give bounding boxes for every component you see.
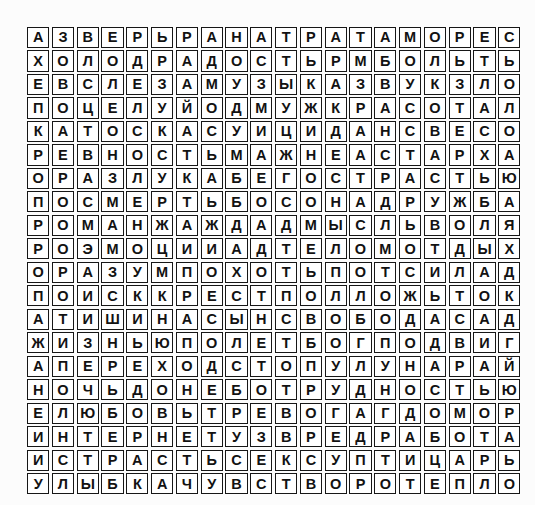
- grid-cell[interactable]: О: [101, 121, 123, 142]
- grid-cell[interactable]: Л: [424, 50, 446, 71]
- grid-cell[interactable]: С: [374, 144, 396, 165]
- grid-cell[interactable]: Т: [349, 168, 371, 189]
- grid-cell[interactable]: Й: [498, 356, 520, 377]
- grid-cell[interactable]: П: [374, 332, 396, 353]
- grid-cell[interactable]: Х: [151, 356, 173, 377]
- grid-cell[interactable]: А: [201, 168, 223, 189]
- grid-cell[interactable]: О: [473, 285, 495, 306]
- grid-cell[interactable]: У: [225, 74, 247, 95]
- grid-cell[interactable]: Р: [27, 144, 49, 165]
- grid-cell[interactable]: Ы: [325, 215, 347, 236]
- grid-cell[interactable]: Ь: [399, 215, 421, 236]
- grid-cell[interactable]: Ь: [101, 379, 123, 400]
- grid-cell[interactable]: Г: [275, 168, 297, 189]
- grid-cell[interactable]: А: [176, 215, 198, 236]
- grid-cell[interactable]: Е: [101, 97, 123, 118]
- grid-cell[interactable]: В: [77, 27, 99, 48]
- grid-cell[interactable]: П: [27, 285, 49, 306]
- grid-cell[interactable]: Т: [449, 168, 471, 189]
- grid-cell[interactable]: Р: [101, 356, 123, 377]
- grid-cell[interactable]: К: [126, 473, 148, 494]
- grid-cell[interactable]: О: [424, 97, 446, 118]
- grid-cell[interactable]: А: [176, 50, 198, 71]
- grid-cell[interactable]: Л: [449, 262, 471, 283]
- grid-cell[interactable]: Б: [424, 426, 446, 447]
- grid-cell[interactable]: Т: [349, 27, 371, 48]
- grid-cell[interactable]: Р: [52, 262, 74, 283]
- grid-cell[interactable]: О: [151, 379, 173, 400]
- grid-cell[interactable]: З: [449, 74, 471, 95]
- grid-cell[interactable]: М: [300, 215, 322, 236]
- grid-cell[interactable]: О: [424, 27, 446, 48]
- grid-cell[interactable]: О: [201, 262, 223, 283]
- grid-cell[interactable]: А: [77, 262, 99, 283]
- grid-cell[interactable]: Л: [52, 403, 74, 424]
- grid-cell[interactable]: Е: [126, 356, 148, 377]
- grid-cell[interactable]: Н: [101, 332, 123, 353]
- grid-cell[interactable]: Ы: [77, 473, 99, 494]
- grid-cell[interactable]: З: [101, 262, 123, 283]
- grid-cell[interactable]: Т: [201, 426, 223, 447]
- grid-cell[interactable]: Р: [473, 450, 495, 471]
- grid-cell[interactable]: О: [52, 97, 74, 118]
- grid-cell[interactable]: М: [449, 403, 471, 424]
- grid-cell[interactable]: С: [250, 50, 272, 71]
- grid-cell[interactable]: Л: [126, 97, 148, 118]
- grid-cell[interactable]: Р: [176, 27, 198, 48]
- grid-cell[interactable]: К: [424, 74, 446, 95]
- grid-cell[interactable]: А: [176, 121, 198, 142]
- grid-cell[interactable]: Ы: [473, 238, 495, 259]
- grid-cell[interactable]: М: [349, 50, 371, 71]
- grid-cell[interactable]: Г: [349, 332, 371, 353]
- grid-cell[interactable]: А: [424, 144, 446, 165]
- grid-cell[interactable]: А: [424, 309, 446, 330]
- grid-cell[interactable]: Н: [374, 121, 396, 142]
- grid-cell[interactable]: Е: [424, 473, 446, 494]
- grid-cell[interactable]: Л: [225, 332, 247, 353]
- grid-cell[interactable]: Т: [275, 332, 297, 353]
- grid-cell[interactable]: В: [52, 74, 74, 95]
- grid-cell[interactable]: Д: [424, 332, 446, 353]
- grid-cell[interactable]: О: [374, 285, 396, 306]
- grid-cell[interactable]: Е: [101, 426, 123, 447]
- grid-cell[interactable]: О: [27, 168, 49, 189]
- grid-cell[interactable]: Т: [275, 238, 297, 259]
- grid-cell[interactable]: Л: [473, 473, 495, 494]
- grid-cell[interactable]: Ы: [225, 309, 247, 330]
- grid-cell[interactable]: Р: [498, 403, 520, 424]
- grid-cell[interactable]: Т: [52, 309, 74, 330]
- grid-cell[interactable]: С: [424, 168, 446, 189]
- grid-cell[interactable]: А: [349, 121, 371, 142]
- grid-cell[interactable]: З: [250, 74, 272, 95]
- grid-cell[interactable]: Р: [300, 27, 322, 48]
- grid-cell[interactable]: У: [126, 262, 148, 283]
- grid-cell[interactable]: О: [325, 332, 347, 353]
- grid-cell[interactable]: А: [473, 262, 495, 283]
- grid-cell[interactable]: Х: [473, 144, 495, 165]
- grid-cell[interactable]: Ю: [498, 168, 520, 189]
- grid-cell[interactable]: С: [424, 379, 446, 400]
- grid-cell[interactable]: В: [275, 426, 297, 447]
- grid-cell[interactable]: Т: [399, 144, 421, 165]
- grid-cell[interactable]: П: [27, 97, 49, 118]
- grid-cell[interactable]: О: [201, 97, 223, 118]
- grid-cell[interactable]: А: [349, 191, 371, 212]
- grid-cell[interactable]: Т: [250, 356, 272, 377]
- grid-cell[interactable]: Т: [473, 426, 495, 447]
- grid-cell[interactable]: Р: [325, 50, 347, 71]
- grid-cell[interactable]: Ш: [101, 309, 123, 330]
- grid-cell[interactable]: Р: [449, 27, 471, 48]
- grid-cell[interactable]: Д: [225, 97, 247, 118]
- grid-cell[interactable]: Г: [374, 403, 396, 424]
- grid-cell[interactable]: А: [201, 27, 223, 48]
- grid-cell[interactable]: П: [325, 262, 347, 283]
- grid-cell[interactable]: Д: [225, 215, 247, 236]
- grid-cell[interactable]: Ь: [201, 191, 223, 212]
- grid-cell[interactable]: К: [275, 450, 297, 471]
- grid-cell[interactable]: С: [77, 191, 99, 212]
- grid-cell[interactable]: Т: [399, 473, 421, 494]
- grid-cell[interactable]: О: [424, 403, 446, 424]
- grid-cell[interactable]: Р: [349, 97, 371, 118]
- grid-cell[interactable]: С: [300, 450, 322, 471]
- grid-cell[interactable]: В: [275, 403, 297, 424]
- grid-cell[interactable]: К: [151, 285, 173, 306]
- grid-cell[interactable]: О: [52, 379, 74, 400]
- grid-cell[interactable]: Е: [250, 450, 272, 471]
- grid-cell[interactable]: Ь: [300, 50, 322, 71]
- grid-cell[interactable]: М: [225, 144, 247, 165]
- grid-cell[interactable]: У: [151, 97, 173, 118]
- grid-cell[interactable]: Ч: [77, 379, 99, 400]
- grid-cell[interactable]: О: [473, 403, 495, 424]
- grid-cell[interactable]: Д: [399, 403, 421, 424]
- grid-cell[interactable]: Т: [449, 379, 471, 400]
- grid-cell[interactable]: А: [349, 403, 371, 424]
- grid-cell[interactable]: В: [300, 473, 322, 494]
- grid-cell[interactable]: О: [325, 309, 347, 330]
- grid-cell[interactable]: А: [52, 121, 74, 142]
- grid-cell[interactable]: Д: [349, 426, 371, 447]
- grid-cell[interactable]: П: [176, 262, 198, 283]
- grid-cell[interactable]: О: [399, 238, 421, 259]
- grid-cell[interactable]: Ж: [449, 191, 471, 212]
- grid-cell[interactable]: А: [325, 74, 347, 95]
- grid-cell[interactable]: Ь: [176, 403, 198, 424]
- grid-cell[interactable]: Т: [250, 285, 272, 306]
- grid-cell[interactable]: М: [101, 191, 123, 212]
- grid-cell[interactable]: М: [101, 238, 123, 259]
- grid-cell[interactable]: З: [349, 74, 371, 95]
- grid-cell[interactable]: Р: [101, 450, 123, 471]
- grid-cell[interactable]: Ц: [151, 238, 173, 259]
- grid-cell[interactable]: Х: [498, 238, 520, 259]
- grid-cell[interactable]: К: [126, 285, 148, 306]
- grid-cell[interactable]: А: [126, 450, 148, 471]
- grid-cell[interactable]: Т: [77, 450, 99, 471]
- grid-cell[interactable]: А: [27, 309, 49, 330]
- grid-cell[interactable]: Д: [498, 262, 520, 283]
- grid-cell[interactable]: Е: [52, 144, 74, 165]
- grid-cell[interactable]: З: [52, 27, 74, 48]
- grid-cell[interactable]: О: [225, 50, 247, 71]
- grid-cell[interactable]: Р: [399, 191, 421, 212]
- grid-cell[interactable]: Д: [399, 309, 421, 330]
- grid-cell[interactable]: Т: [449, 97, 471, 118]
- grid-cell[interactable]: Т: [77, 121, 99, 142]
- grid-cell[interactable]: Д: [126, 379, 148, 400]
- grid-cell[interactable]: Л: [473, 215, 495, 236]
- grid-cell[interactable]: К: [300, 74, 322, 95]
- grid-cell[interactable]: Б: [225, 379, 247, 400]
- grid-cell[interactable]: О: [126, 403, 148, 424]
- grid-cell[interactable]: В: [424, 121, 446, 142]
- grid-cell[interactable]: А: [399, 168, 421, 189]
- grid-cell[interactable]: У: [374, 356, 396, 377]
- grid-cell[interactable]: У: [201, 473, 223, 494]
- grid-cell[interactable]: Р: [449, 356, 471, 377]
- grid-cell[interactable]: П: [52, 356, 74, 377]
- grid-cell[interactable]: П: [449, 473, 471, 494]
- grid-cell[interactable]: Ю: [77, 403, 99, 424]
- grid-cell[interactable]: С: [275, 309, 297, 330]
- grid-cell[interactable]: У: [424, 191, 446, 212]
- grid-cell[interactable]: Ь: [449, 50, 471, 71]
- grid-cell[interactable]: У: [325, 356, 347, 377]
- grid-cell[interactable]: М: [374, 238, 396, 259]
- grid-cell[interactable]: Д: [374, 191, 396, 212]
- grid-cell[interactable]: Д: [498, 309, 520, 330]
- grid-cell[interactable]: Л: [473, 74, 495, 95]
- grid-cell[interactable]: С: [151, 144, 173, 165]
- grid-cell[interactable]: Й: [176, 97, 198, 118]
- grid-cell[interactable]: У: [325, 450, 347, 471]
- grid-cell[interactable]: Р: [176, 285, 198, 306]
- grid-cell[interactable]: М: [151, 262, 173, 283]
- grid-cell[interactable]: Т: [201, 403, 223, 424]
- grid-cell[interactable]: Ю: [498, 379, 520, 400]
- grid-cell[interactable]: Ж: [399, 285, 421, 306]
- grid-cell[interactable]: Е: [250, 332, 272, 353]
- grid-cell[interactable]: Д: [126, 50, 148, 71]
- grid-cell[interactable]: П: [275, 285, 297, 306]
- grid-cell[interactable]: Я: [498, 215, 520, 236]
- grid-cell[interactable]: Е: [126, 74, 148, 95]
- grid-cell[interactable]: О: [449, 215, 471, 236]
- grid-cell[interactable]: К: [325, 97, 347, 118]
- grid-cell[interactable]: С: [225, 356, 247, 377]
- grid-cell[interactable]: С: [473, 121, 495, 142]
- grid-cell[interactable]: О: [101, 50, 123, 71]
- grid-cell[interactable]: Е: [300, 238, 322, 259]
- grid-cell[interactable]: С: [399, 262, 421, 283]
- grid-cell[interactable]: А: [225, 238, 247, 259]
- grid-cell[interactable]: Р: [349, 473, 371, 494]
- grid-cell[interactable]: Б: [374, 50, 396, 71]
- grid-cell[interactable]: Ж: [275, 144, 297, 165]
- grid-cell[interactable]: А: [27, 27, 49, 48]
- grid-cell[interactable]: М: [77, 215, 99, 236]
- grid-cell[interactable]: И: [126, 309, 148, 330]
- grid-cell[interactable]: О: [374, 473, 396, 494]
- grid-cell[interactable]: М: [250, 97, 272, 118]
- grid-cell[interactable]: Л: [52, 473, 74, 494]
- grid-cell[interactable]: Ь: [473, 379, 495, 400]
- grid-cell[interactable]: А: [176, 74, 198, 95]
- grid-cell[interactable]: С: [399, 97, 421, 118]
- grid-cell[interactable]: О: [399, 379, 421, 400]
- grid-cell[interactable]: Ь: [300, 262, 322, 283]
- grid-cell[interactable]: О: [176, 356, 198, 377]
- grid-cell[interactable]: С: [325, 168, 347, 189]
- grid-cell[interactable]: Т: [449, 285, 471, 306]
- grid-cell[interactable]: И: [201, 238, 223, 259]
- grid-cell[interactable]: П: [27, 191, 49, 212]
- grid-cell[interactable]: Т: [176, 144, 198, 165]
- grid-cell[interactable]: К: [176, 168, 198, 189]
- grid-cell[interactable]: Е: [101, 27, 123, 48]
- grid-cell[interactable]: Е: [449, 121, 471, 142]
- grid-cell[interactable]: К: [498, 285, 520, 306]
- grid-cell[interactable]: Ь: [498, 50, 520, 71]
- grid-cell[interactable]: Т: [275, 262, 297, 283]
- grid-cell[interactable]: Е: [27, 403, 49, 424]
- grid-cell[interactable]: П: [349, 450, 371, 471]
- grid-cell[interactable]: Ж: [27, 332, 49, 353]
- grid-cell[interactable]: О: [27, 262, 49, 283]
- grid-cell[interactable]: Е: [27, 74, 49, 95]
- grid-cell[interactable]: О: [250, 262, 272, 283]
- grid-cell[interactable]: Ь: [126, 332, 148, 353]
- grid-cell[interactable]: Э: [77, 238, 99, 259]
- grid-cell[interactable]: А: [473, 97, 495, 118]
- grid-cell[interactable]: Д: [349, 379, 371, 400]
- grid-cell[interactable]: Т: [424, 238, 446, 259]
- grid-cell[interactable]: Н: [374, 379, 396, 400]
- grid-cell[interactable]: О: [498, 473, 520, 494]
- grid-cell[interactable]: Р: [225, 403, 247, 424]
- grid-cell[interactable]: П: [300, 356, 322, 377]
- grid-cell[interactable]: Ц: [424, 450, 446, 471]
- grid-cell[interactable]: И: [52, 332, 74, 353]
- grid-cell[interactable]: Б: [225, 168, 247, 189]
- grid-cell[interactable]: Б: [101, 473, 123, 494]
- grid-cell[interactable]: А: [325, 27, 347, 48]
- grid-cell[interactable]: С: [225, 285, 247, 306]
- grid-cell[interactable]: Б: [225, 191, 247, 212]
- grid-cell[interactable]: О: [201, 332, 223, 353]
- grid-cell[interactable]: Н: [325, 191, 347, 212]
- grid-cell[interactable]: Б: [349, 309, 371, 330]
- grid-cell[interactable]: А: [250, 144, 272, 165]
- grid-cell[interactable]: В: [424, 215, 446, 236]
- grid-cell[interactable]: Н: [27, 379, 49, 400]
- grid-cell[interactable]: И: [250, 121, 272, 142]
- grid-cell[interactable]: В: [374, 74, 396, 95]
- grid-cell[interactable]: О: [374, 309, 396, 330]
- grid-cell[interactable]: С: [52, 450, 74, 471]
- grid-cell[interactable]: Р: [151, 50, 173, 71]
- grid-cell[interactable]: У: [225, 121, 247, 142]
- grid-cell[interactable]: П: [176, 332, 198, 353]
- grid-cell[interactable]: Л: [77, 50, 99, 71]
- grid-cell[interactable]: А: [498, 426, 520, 447]
- grid-cell[interactable]: Н: [399, 356, 421, 377]
- grid-cell[interactable]: О: [300, 403, 322, 424]
- grid-cell[interactable]: С: [275, 191, 297, 212]
- grid-cell[interactable]: Т: [176, 191, 198, 212]
- grid-cell[interactable]: Е: [77, 356, 99, 377]
- grid-cell[interactable]: В: [77, 144, 99, 165]
- grid-cell[interactable]: Д: [201, 356, 223, 377]
- grid-cell[interactable]: О: [250, 379, 272, 400]
- grid-cell[interactable]: З: [151, 74, 173, 95]
- grid-cell[interactable]: С: [201, 121, 223, 142]
- grid-cell[interactable]: О: [250, 191, 272, 212]
- grid-cell[interactable]: Т: [176, 450, 198, 471]
- grid-cell[interactable]: З: [101, 168, 123, 189]
- grid-cell[interactable]: Г: [498, 332, 520, 353]
- grid-cell[interactable]: О: [300, 168, 322, 189]
- grid-cell[interactable]: Л: [126, 168, 148, 189]
- grid-cell[interactable]: Ж: [300, 97, 322, 118]
- grid-cell[interactable]: Ь: [424, 285, 446, 306]
- grid-cell[interactable]: О: [52, 50, 74, 71]
- grid-cell[interactable]: Р: [126, 27, 148, 48]
- grid-cell[interactable]: О: [399, 50, 421, 71]
- grid-cell[interactable]: Ь: [498, 450, 520, 471]
- grid-cell[interactable]: А: [498, 191, 520, 212]
- grid-cell[interactable]: С: [449, 309, 471, 330]
- grid-cell[interactable]: А: [399, 426, 421, 447]
- grid-cell[interactable]: У: [151, 168, 173, 189]
- grid-cell[interactable]: А: [27, 356, 49, 377]
- grid-cell[interactable]: М: [399, 27, 421, 48]
- grid-cell[interactable]: Л: [325, 238, 347, 259]
- grid-cell[interactable]: О: [449, 426, 471, 447]
- grid-cell[interactable]: О: [126, 238, 148, 259]
- grid-cell[interactable]: С: [250, 473, 272, 494]
- grid-cell[interactable]: Е: [201, 379, 223, 400]
- grid-cell[interactable]: Т: [275, 27, 297, 48]
- grid-cell[interactable]: Р: [300, 379, 322, 400]
- grid-cell[interactable]: У: [325, 379, 347, 400]
- grid-cell[interactable]: Ч: [176, 473, 198, 494]
- grid-cell[interactable]: Р: [52, 168, 74, 189]
- grid-cell[interactable]: Р: [374, 168, 396, 189]
- grid-cell[interactable]: Т: [374, 450, 396, 471]
- grid-cell[interactable]: Л: [349, 356, 371, 377]
- grid-cell[interactable]: Н: [126, 215, 148, 236]
- grid-cell[interactable]: Н: [101, 144, 123, 165]
- grid-cell[interactable]: С: [126, 121, 148, 142]
- grid-cell[interactable]: О: [399, 332, 421, 353]
- grid-cell[interactable]: Н: [151, 426, 173, 447]
- grid-cell[interactable]: Р: [300, 426, 322, 447]
- grid-cell[interactable]: И: [176, 238, 198, 259]
- grid-cell[interactable]: Л: [498, 97, 520, 118]
- grid-cell[interactable]: С: [498, 27, 520, 48]
- grid-cell[interactable]: Ц: [275, 121, 297, 142]
- grid-cell[interactable]: Н: [176, 379, 198, 400]
- grid-cell[interactable]: А: [77, 168, 99, 189]
- grid-cell[interactable]: С: [77, 74, 99, 95]
- grid-cell[interactable]: М: [201, 74, 223, 95]
- grid-cell[interactable]: В: [300, 309, 322, 330]
